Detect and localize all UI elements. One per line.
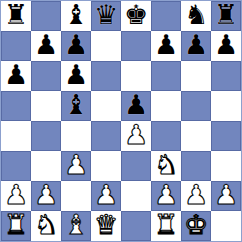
square-e8[interactable]: ♚ xyxy=(121,1,151,31)
square-d7[interactable] xyxy=(91,31,121,61)
square-f3[interactable]: ♞ xyxy=(151,151,181,181)
square-a1[interactable]: ♜ xyxy=(1,211,31,241)
square-d3[interactable] xyxy=(91,151,121,181)
square-h4[interactable] xyxy=(211,121,241,151)
black-king: ♚ xyxy=(124,1,148,30)
square-a7[interactable] xyxy=(1,31,31,61)
square-e3[interactable] xyxy=(121,151,151,181)
black-pawn: ♟ xyxy=(184,31,208,60)
square-d5[interactable] xyxy=(91,91,121,121)
square-b7[interactable]: ♟ xyxy=(31,31,61,61)
white-pawn: ♟ xyxy=(64,151,88,180)
white-pawn: ♟ xyxy=(154,181,178,210)
square-g7[interactable]: ♟ xyxy=(181,31,211,61)
white-pawn: ♟ xyxy=(124,121,148,150)
black-pawn: ♟ xyxy=(64,31,88,60)
square-g2[interactable]: ♟ xyxy=(181,181,211,211)
white-rook: ♜ xyxy=(154,211,178,240)
square-b5[interactable] xyxy=(31,91,61,121)
black-pawn: ♟ xyxy=(154,31,178,60)
square-b2[interactable]: ♟ xyxy=(31,181,61,211)
square-a2[interactable]: ♟ xyxy=(1,181,31,211)
square-f7[interactable]: ♟ xyxy=(151,31,181,61)
square-c6[interactable]: ♟ xyxy=(61,61,91,91)
square-c5[interactable]: ♝ xyxy=(61,91,91,121)
black-pawn: ♟ xyxy=(124,91,148,120)
square-g5[interactable] xyxy=(181,91,211,121)
square-a8[interactable]: ♜ xyxy=(1,1,31,31)
square-b6[interactable] xyxy=(31,61,61,91)
square-c4[interactable] xyxy=(61,121,91,151)
square-b8[interactable] xyxy=(31,1,61,31)
square-e5[interactable]: ♟ xyxy=(121,91,151,121)
square-g4[interactable] xyxy=(181,121,211,151)
square-c7[interactable]: ♟ xyxy=(61,31,91,61)
square-e2[interactable] xyxy=(121,181,151,211)
black-queen: ♛ xyxy=(94,1,118,30)
square-d1[interactable]: ♛ xyxy=(91,211,121,241)
square-d2[interactable]: ♟ xyxy=(91,181,121,211)
black-bishop: ♝ xyxy=(64,91,88,120)
square-f4[interactable] xyxy=(151,121,181,151)
square-f6[interactable] xyxy=(151,61,181,91)
square-a6[interactable]: ♟ xyxy=(1,61,31,91)
white-pawn: ♟ xyxy=(4,181,28,210)
white-knight: ♞ xyxy=(34,211,58,240)
white-knight: ♞ xyxy=(154,151,178,180)
square-a3[interactable] xyxy=(1,151,31,181)
black-pawn: ♟ xyxy=(34,31,58,60)
white-king: ♚ xyxy=(184,211,208,240)
white-pawn: ♟ xyxy=(34,181,58,210)
square-e7[interactable] xyxy=(121,31,151,61)
square-b1[interactable]: ♞ xyxy=(31,211,61,241)
square-g6[interactable] xyxy=(181,61,211,91)
square-c3[interactable]: ♟ xyxy=(61,151,91,181)
black-pawn: ♟ xyxy=(214,31,238,60)
black-pawn: ♟ xyxy=(4,61,28,90)
chess-board: ♜♝♛♚♞♜♟♟♟♟♟♟♟♝♟♟♟♞♟♟♟♟♟♟♜♞♝♛♜♚ xyxy=(0,0,242,242)
square-e1[interactable] xyxy=(121,211,151,241)
square-h3[interactable] xyxy=(211,151,241,181)
square-d6[interactable] xyxy=(91,61,121,91)
square-f2[interactable]: ♟ xyxy=(151,181,181,211)
white-bishop: ♝ xyxy=(64,211,88,240)
white-pawn: ♟ xyxy=(94,181,118,210)
square-c2[interactable] xyxy=(61,181,91,211)
black-rook: ♜ xyxy=(4,1,28,30)
square-h1[interactable] xyxy=(211,211,241,241)
square-b4[interactable] xyxy=(31,121,61,151)
square-g1[interactable]: ♚ xyxy=(181,211,211,241)
black-bishop: ♝ xyxy=(64,1,88,30)
square-b3[interactable] xyxy=(31,151,61,181)
square-h7[interactable]: ♟ xyxy=(211,31,241,61)
square-a5[interactable] xyxy=(1,91,31,121)
black-rook: ♜ xyxy=(214,1,238,30)
square-f1[interactable]: ♜ xyxy=(151,211,181,241)
square-h6[interactable] xyxy=(211,61,241,91)
square-g3[interactable] xyxy=(181,151,211,181)
square-g8[interactable]: ♞ xyxy=(181,1,211,31)
white-pawn: ♟ xyxy=(184,181,208,210)
white-rook: ♜ xyxy=(4,211,28,240)
square-f5[interactable] xyxy=(151,91,181,121)
square-d8[interactable]: ♛ xyxy=(91,1,121,31)
white-pawn: ♟ xyxy=(214,181,238,210)
square-c1[interactable]: ♝ xyxy=(61,211,91,241)
square-h8[interactable]: ♜ xyxy=(211,1,241,31)
white-queen: ♛ xyxy=(94,211,118,240)
square-f8[interactable] xyxy=(151,1,181,31)
square-c8[interactable]: ♝ xyxy=(61,1,91,31)
square-h2[interactable]: ♟ xyxy=(211,181,241,211)
square-e6[interactable] xyxy=(121,61,151,91)
square-d4[interactable] xyxy=(91,121,121,151)
black-pawn: ♟ xyxy=(64,61,88,90)
square-e4[interactable]: ♟ xyxy=(121,121,151,151)
square-h5[interactable] xyxy=(211,91,241,121)
black-knight: ♞ xyxy=(184,1,208,30)
square-a4[interactable] xyxy=(1,121,31,151)
